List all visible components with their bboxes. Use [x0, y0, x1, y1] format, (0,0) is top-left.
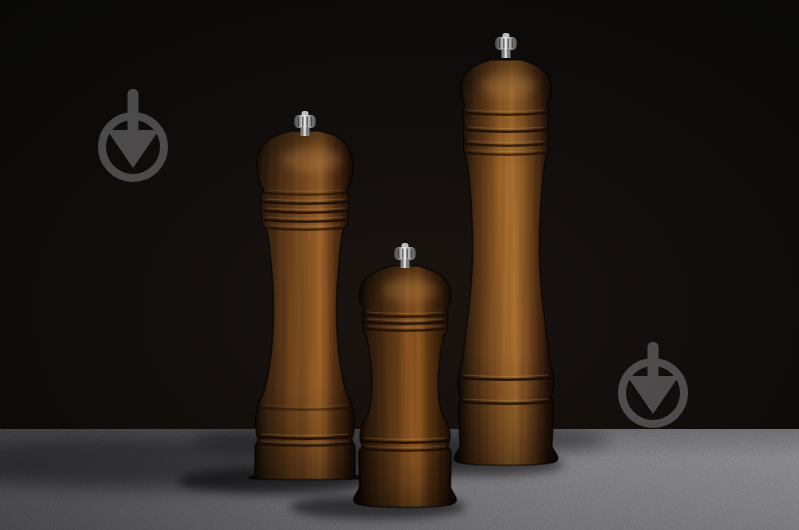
watermark-down-arrow-logo: [622, 342, 684, 424]
chrome-knob: [394, 243, 416, 268]
chrome-knob: [495, 33, 517, 58]
product-photo-scene: [0, 0, 799, 530]
center-small-pepper-mill: [345, 243, 465, 509]
right-tall-pepper-mill: [446, 33, 566, 467]
watermark-down-arrow-logo: [102, 89, 164, 178]
left-medium-pepper-mill: [245, 111, 365, 483]
scene-svg: [0, 0, 799, 530]
